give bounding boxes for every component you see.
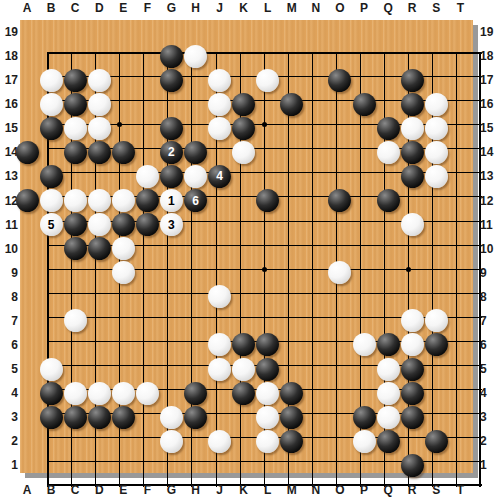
coord-label-top: B bbox=[41, 1, 61, 15]
white-stone-S16[interactable] bbox=[425, 93, 448, 116]
grid-line-vertical bbox=[312, 52, 313, 487]
white-stone-Q14[interactable] bbox=[377, 141, 400, 164]
white-stone-E10[interactable] bbox=[112, 237, 135, 260]
coord-label-left: 8 bbox=[0, 290, 18, 304]
coord-label-left: 6 bbox=[0, 338, 18, 352]
coord-label-bottom: E bbox=[113, 483, 133, 497]
white-stone-D11[interactable] bbox=[88, 213, 111, 236]
coord-label-bottom: R bbox=[402, 483, 422, 497]
coord-label-right: 16 bbox=[480, 97, 498, 111]
black-stone-E14[interactable] bbox=[112, 141, 135, 164]
coord-label-bottom: G bbox=[161, 483, 181, 497]
coord-label-right: 17 bbox=[480, 73, 498, 87]
coord-label-top: K bbox=[234, 1, 254, 15]
black-stone-C10[interactable] bbox=[64, 237, 87, 260]
white-stone-C12[interactable] bbox=[64, 189, 87, 212]
coord-label-bottom: P bbox=[354, 483, 374, 497]
coord-label-bottom: S bbox=[426, 483, 446, 497]
black-stone-R14[interactable] bbox=[401, 141, 424, 164]
black-stone-K15[interactable] bbox=[232, 117, 255, 140]
coord-label-right: 8 bbox=[480, 290, 498, 304]
white-stone-F4[interactable] bbox=[136, 382, 159, 405]
coord-label-left: 11 bbox=[0, 218, 18, 232]
white-stone-R7[interactable] bbox=[401, 309, 424, 332]
black-stone-B4[interactable] bbox=[40, 382, 63, 405]
move-number-label: 4 bbox=[216, 170, 223, 182]
black-stone-P3[interactable] bbox=[353, 406, 376, 429]
move-number-label: 5 bbox=[48, 219, 55, 231]
move-number-label: 2 bbox=[168, 146, 175, 158]
white-stone-B16[interactable] bbox=[40, 93, 63, 116]
white-stone-S15[interactable] bbox=[425, 117, 448, 140]
black-stone-C14[interactable] bbox=[64, 141, 87, 164]
white-stone-D15[interactable] bbox=[88, 117, 111, 140]
white-stone-J2[interactable] bbox=[208, 430, 231, 453]
coord-label-top: T bbox=[450, 1, 470, 15]
coord-label-right: 15 bbox=[480, 121, 498, 135]
coord-label-top: O bbox=[330, 1, 350, 15]
black-stone-D14[interactable] bbox=[88, 141, 111, 164]
coord-label-left: 15 bbox=[0, 121, 18, 135]
coord-label-left: 19 bbox=[0, 25, 18, 39]
black-stone-D3[interactable] bbox=[88, 406, 111, 429]
white-stone-B12[interactable] bbox=[40, 189, 63, 212]
coord-label-top: F bbox=[137, 1, 157, 15]
coord-label-top: L bbox=[258, 1, 278, 15]
black-stone-A14[interactable] bbox=[16, 141, 39, 164]
black-stone-R13[interactable] bbox=[401, 165, 424, 188]
white-stone-S14[interactable] bbox=[425, 141, 448, 164]
coord-label-right: 12 bbox=[480, 194, 498, 208]
white-stone-B5[interactable] bbox=[40, 358, 63, 381]
coord-label-bottom: D bbox=[89, 483, 109, 497]
white-stone-R11[interactable] bbox=[401, 213, 424, 236]
white-stone-D4[interactable] bbox=[88, 382, 111, 405]
coord-label-bottom: F bbox=[137, 483, 157, 497]
black-stone-B15[interactable] bbox=[40, 117, 63, 140]
white-stone-C4[interactable] bbox=[64, 382, 87, 405]
white-stone-E9[interactable] bbox=[112, 261, 135, 284]
coord-label-bottom: B bbox=[41, 483, 61, 497]
coord-label-left: 16 bbox=[0, 97, 18, 111]
black-stone-H14[interactable] bbox=[184, 141, 207, 164]
black-stone-R1[interactable] bbox=[401, 454, 424, 477]
white-stone-F13[interactable] bbox=[136, 165, 159, 188]
coord-label-top: A bbox=[17, 1, 37, 15]
coord-label-bottom: K bbox=[234, 483, 254, 497]
black-stone-R3[interactable] bbox=[401, 406, 424, 429]
coord-label-top: G bbox=[161, 1, 181, 15]
coord-label-top: E bbox=[113, 1, 133, 15]
coord-label-top: R bbox=[402, 1, 422, 15]
coord-label-top: N bbox=[306, 1, 326, 15]
white-stone-J17[interactable] bbox=[208, 69, 231, 92]
coord-label-top: M bbox=[282, 1, 302, 15]
black-stone-S2[interactable] bbox=[425, 430, 448, 453]
coord-label-left: 17 bbox=[0, 73, 18, 87]
white-stone-C15[interactable] bbox=[64, 117, 87, 140]
move-number-label: 3 bbox=[168, 219, 175, 231]
white-stone-P6[interactable] bbox=[353, 333, 376, 356]
black-stone-M3[interactable] bbox=[280, 406, 303, 429]
black-stone-G14[interactable]: 2 bbox=[160, 141, 183, 164]
white-stone-S7[interactable] bbox=[425, 309, 448, 332]
coord-label-top: D bbox=[89, 1, 109, 15]
coord-label-right: 19 bbox=[480, 25, 498, 39]
coord-label-right: 9 bbox=[480, 266, 498, 280]
black-stone-C11[interactable] bbox=[64, 213, 87, 236]
black-stone-G15[interactable] bbox=[160, 117, 183, 140]
black-stone-R4[interactable] bbox=[401, 382, 424, 405]
black-stone-O17[interactable] bbox=[328, 69, 351, 92]
coord-label-right: 5 bbox=[480, 362, 498, 376]
white-stone-D17[interactable] bbox=[88, 69, 111, 92]
coord-label-left: 1 bbox=[0, 458, 18, 472]
white-stone-C7[interactable] bbox=[64, 309, 87, 332]
grid-line-horizontal bbox=[47, 293, 482, 294]
grid-line-vertical bbox=[456, 52, 457, 487]
coord-label-bottom: H bbox=[186, 483, 206, 497]
white-stone-E4[interactable] bbox=[112, 382, 135, 405]
white-stone-G2[interactable] bbox=[160, 430, 183, 453]
coord-label-left: 2 bbox=[0, 434, 18, 448]
star-point bbox=[262, 267, 267, 272]
black-stone-M4[interactable] bbox=[280, 382, 303, 405]
coord-label-right: 7 bbox=[480, 314, 498, 328]
black-stone-J13[interactable]: 4 bbox=[208, 165, 231, 188]
coord-label-right: 11 bbox=[480, 218, 498, 232]
black-stone-Q2[interactable] bbox=[377, 430, 400, 453]
star-point bbox=[117, 122, 122, 127]
black-stone-F12[interactable] bbox=[136, 189, 159, 212]
black-stone-C3[interactable] bbox=[64, 406, 87, 429]
white-stone-Q3[interactable] bbox=[377, 406, 400, 429]
white-stone-L2[interactable] bbox=[256, 430, 279, 453]
white-stone-G11[interactable]: 3 bbox=[160, 213, 183, 236]
black-stone-R17[interactable] bbox=[401, 69, 424, 92]
black-stone-G17[interactable] bbox=[160, 69, 183, 92]
coord-label-left: 13 bbox=[0, 169, 18, 183]
black-stone-R16[interactable] bbox=[401, 93, 424, 116]
coord-label-bottom: N bbox=[306, 483, 326, 497]
black-stone-G18[interactable] bbox=[160, 45, 183, 68]
coord-label-bottom: M bbox=[282, 483, 302, 497]
white-stone-S13[interactable] bbox=[425, 165, 448, 188]
white-stone-R6[interactable] bbox=[401, 333, 424, 356]
black-stone-D10[interactable] bbox=[88, 237, 111, 260]
coord-label-right: 13 bbox=[480, 169, 498, 183]
coord-label-right: 10 bbox=[480, 242, 498, 256]
white-stone-R15[interactable] bbox=[401, 117, 424, 140]
coord-label-bottom: A bbox=[17, 483, 37, 497]
coord-label-left: 9 bbox=[0, 266, 18, 280]
coord-label-right: 4 bbox=[480, 386, 498, 400]
coord-label-left: 18 bbox=[0, 49, 18, 63]
white-stone-K5[interactable] bbox=[232, 358, 255, 381]
black-stone-H3[interactable] bbox=[184, 406, 207, 429]
white-stone-E12[interactable] bbox=[112, 189, 135, 212]
coord-label-right: 18 bbox=[480, 49, 498, 63]
white-stone-P2[interactable] bbox=[353, 430, 376, 453]
coord-label-left: 4 bbox=[0, 386, 18, 400]
coord-label-top: C bbox=[65, 1, 85, 15]
star-point bbox=[262, 122, 267, 127]
black-stone-H12[interactable]: 6 bbox=[184, 189, 207, 212]
black-stone-B3[interactable] bbox=[40, 406, 63, 429]
black-stone-Q15[interactable] bbox=[377, 117, 400, 140]
coord-label-bottom: T bbox=[450, 483, 470, 497]
white-stone-B17[interactable] bbox=[40, 69, 63, 92]
coord-label-top: Q bbox=[378, 1, 398, 15]
coord-label-right: 2 bbox=[480, 434, 498, 448]
move-number-label: 6 bbox=[192, 195, 199, 207]
move-number-label: 1 bbox=[168, 195, 175, 207]
coord-label-left: 7 bbox=[0, 314, 18, 328]
coord-label-bottom: Q bbox=[378, 483, 398, 497]
black-stone-C17[interactable] bbox=[64, 69, 87, 92]
coord-label-bottom: C bbox=[65, 483, 85, 497]
go-board-screenshot: AABBCCDDEEFFGGHHJJKKLLMMNNOOPPQQRRSSTT19… bbox=[0, 0, 500, 500]
black-stone-C16[interactable] bbox=[64, 93, 87, 116]
white-stone-D16[interactable] bbox=[88, 93, 111, 116]
black-stone-G13[interactable] bbox=[160, 165, 183, 188]
white-stone-L3[interactable] bbox=[256, 406, 279, 429]
white-stone-H13[interactable] bbox=[184, 165, 207, 188]
white-stone-H18[interactable] bbox=[184, 45, 207, 68]
black-stone-Q6[interactable] bbox=[377, 333, 400, 356]
black-stone-P16[interactable] bbox=[353, 93, 376, 116]
coord-label-right: 1 bbox=[480, 458, 498, 472]
white-stone-Q4[interactable] bbox=[377, 382, 400, 405]
black-stone-H4[interactable] bbox=[184, 382, 207, 405]
white-stone-B11[interactable]: 5 bbox=[40, 213, 63, 236]
white-stone-J15[interactable] bbox=[208, 117, 231, 140]
coord-label-bottom: O bbox=[330, 483, 350, 497]
white-stone-G12[interactable]: 1 bbox=[160, 189, 183, 212]
black-stone-K4[interactable] bbox=[232, 382, 255, 405]
white-stone-K14[interactable] bbox=[232, 141, 255, 164]
white-stone-L4[interactable] bbox=[256, 382, 279, 405]
coord-label-top: S bbox=[426, 1, 446, 15]
coord-label-left: 10 bbox=[0, 242, 18, 256]
white-stone-Q5[interactable] bbox=[377, 358, 400, 381]
black-stone-Q12[interactable] bbox=[377, 189, 400, 212]
coord-label-right: 6 bbox=[480, 338, 498, 352]
coord-label-left: 3 bbox=[0, 410, 18, 424]
black-stone-B13[interactable] bbox=[40, 165, 63, 188]
coord-label-right: 14 bbox=[480, 145, 498, 159]
black-stone-M2[interactable] bbox=[280, 430, 303, 453]
white-stone-J5[interactable] bbox=[208, 358, 231, 381]
star-point bbox=[406, 267, 411, 272]
black-stone-L5[interactable] bbox=[256, 358, 279, 381]
black-stone-R5[interactable] bbox=[401, 358, 424, 381]
coord-label-top: P bbox=[354, 1, 374, 15]
black-stone-E11[interactable] bbox=[112, 213, 135, 236]
black-stone-F11[interactable] bbox=[136, 213, 159, 236]
coord-label-left: 5 bbox=[0, 362, 18, 376]
white-stone-G3[interactable] bbox=[160, 406, 183, 429]
coord-label-bottom: L bbox=[258, 483, 278, 497]
black-stone-E3[interactable] bbox=[112, 406, 135, 429]
coord-label-top: J bbox=[210, 1, 230, 15]
coord-label-top: H bbox=[186, 1, 206, 15]
coord-label-bottom: J bbox=[210, 483, 230, 497]
white-stone-J16[interactable] bbox=[208, 93, 231, 116]
white-stone-D12[interactable] bbox=[88, 189, 111, 212]
black-stone-M16[interactable] bbox=[280, 93, 303, 116]
coord-label-right: 3 bbox=[480, 410, 498, 424]
white-stone-L17[interactable] bbox=[256, 69, 279, 92]
black-stone-K16[interactable] bbox=[232, 93, 255, 116]
black-stone-A12[interactable] bbox=[16, 189, 39, 212]
